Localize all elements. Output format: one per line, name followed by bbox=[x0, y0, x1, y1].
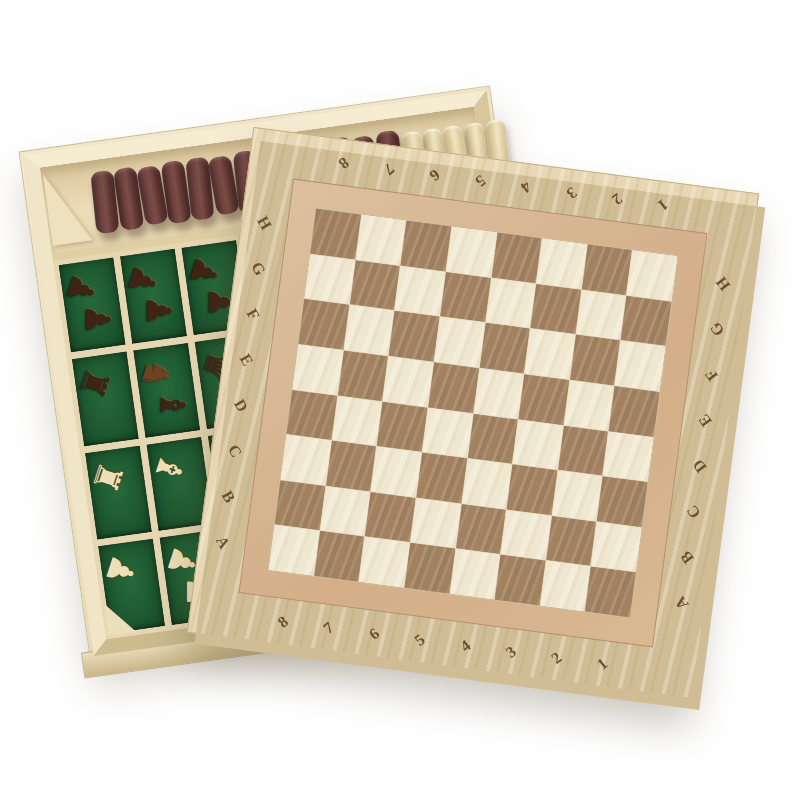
coordinate-label-right: C bbox=[683, 502, 704, 522]
coordinate-label-left: E bbox=[236, 351, 257, 369]
board-square bbox=[603, 431, 653, 481]
board-square bbox=[359, 537, 409, 587]
coordinate-label-top: 2 bbox=[609, 189, 626, 208]
coordinate-label-left: D bbox=[230, 396, 251, 415]
board-square bbox=[395, 266, 445, 316]
coordinate-label-top: 8 bbox=[335, 153, 352, 172]
board-square bbox=[365, 492, 415, 542]
board-square bbox=[434, 317, 484, 367]
board-square bbox=[519, 374, 569, 424]
board-square bbox=[299, 299, 349, 349]
board-square bbox=[552, 471, 602, 521]
compartment-cell: ♟ bbox=[98, 539, 165, 634]
coordinate-label-bottom: 5 bbox=[411, 630, 428, 649]
coordinate-label-left: C bbox=[224, 442, 245, 461]
coordinate-label-top: 7 bbox=[381, 159, 398, 178]
product-photo-scene: ♟♟♟♟♟♟♜♞♝♛♜♝♟♟♟♟ 87654321 87654321 HGFED… bbox=[0, 0, 800, 800]
board-square bbox=[540, 561, 590, 611]
board-squares bbox=[268, 208, 679, 619]
board-square bbox=[525, 329, 575, 379]
board-square bbox=[456, 504, 506, 554]
board-square bbox=[440, 272, 490, 322]
coordinate-label-bottom: 1 bbox=[594, 654, 611, 673]
board-square bbox=[474, 368, 524, 418]
board-square bbox=[269, 525, 319, 575]
board-square bbox=[377, 402, 427, 452]
board-square bbox=[507, 465, 557, 515]
chessboard-lid: 87654321 87654321 HGFEDCBA HGFEDCBA bbox=[187, 127, 759, 699]
board-square bbox=[609, 386, 659, 436]
board-square bbox=[416, 453, 466, 503]
board-square bbox=[405, 543, 455, 593]
coordinate-label-top: 6 bbox=[426, 165, 443, 184]
coordinate-label-bottom: 8 bbox=[275, 612, 292, 631]
board-square bbox=[401, 221, 451, 271]
coordinate-label-bottom: 6 bbox=[366, 624, 383, 643]
board-square bbox=[356, 215, 406, 265]
coordinate-label-top: 3 bbox=[563, 183, 580, 202]
compartment-cell: ♞♝ bbox=[133, 343, 200, 438]
coordinate-label-right: B bbox=[677, 548, 698, 567]
compartment-cell: ♜ bbox=[85, 445, 152, 540]
board-square bbox=[591, 522, 641, 572]
coordinate-label-bottom: 4 bbox=[457, 636, 474, 655]
board-square bbox=[570, 335, 620, 385]
coordinate-label-right: D bbox=[689, 456, 710, 476]
board-square bbox=[480, 323, 530, 373]
board-square bbox=[627, 250, 677, 300]
coordinate-label-top: 4 bbox=[517, 177, 534, 196]
board-square bbox=[275, 480, 325, 530]
corner-wedge bbox=[43, 169, 93, 246]
board-square bbox=[615, 341, 665, 391]
compartment-cell: ♟♟ bbox=[59, 257, 126, 352]
dark-knight-piece: ♞ bbox=[135, 355, 177, 394]
coordinate-label-right: H bbox=[713, 273, 735, 294]
coordinate-label-bottom: 3 bbox=[503, 642, 520, 661]
light-rook-piece: ♜ bbox=[87, 457, 129, 496]
coordinate-label-left: B bbox=[218, 488, 239, 506]
board-square bbox=[513, 420, 563, 470]
compartment-cell: ♟♟ bbox=[120, 249, 187, 344]
board-square bbox=[491, 233, 541, 283]
board-square bbox=[326, 441, 376, 491]
coordinate-label-top: 1 bbox=[654, 195, 671, 214]
board-square bbox=[546, 516, 596, 566]
board-square bbox=[537, 239, 587, 289]
board-square bbox=[468, 414, 518, 464]
dark-rook-piece: ♜ bbox=[74, 363, 116, 402]
coordinate-label-bottom: 7 bbox=[320, 618, 337, 637]
board-square bbox=[310, 209, 360, 259]
board-square bbox=[428, 362, 478, 412]
board-square bbox=[422, 408, 472, 458]
board-square bbox=[582, 245, 632, 295]
board-square bbox=[350, 260, 400, 310]
board-square bbox=[495, 555, 545, 605]
coordinate-label-right: F bbox=[701, 365, 721, 384]
board-square bbox=[320, 486, 370, 536]
board-square bbox=[485, 278, 535, 328]
board-square bbox=[446, 227, 496, 277]
board-square bbox=[558, 425, 608, 475]
board-square bbox=[293, 345, 343, 395]
board-inner-border bbox=[239, 179, 708, 648]
board-square bbox=[531, 284, 581, 334]
board-square bbox=[383, 356, 433, 406]
dark-bishop-piece: ♝ bbox=[156, 389, 190, 419]
board-square bbox=[564, 380, 614, 430]
board-square bbox=[576, 290, 626, 340]
board-square bbox=[389, 311, 439, 361]
board-square bbox=[287, 390, 337, 440]
board-square bbox=[332, 396, 382, 446]
corner-wedge bbox=[104, 600, 136, 636]
dark-pawn-piece: ♟ bbox=[142, 295, 176, 325]
board-square bbox=[281, 435, 331, 485]
coordinate-label-bottom: 2 bbox=[548, 648, 565, 667]
light-bishop-piece: ♝ bbox=[149, 448, 191, 487]
board-square bbox=[344, 305, 394, 355]
board-square bbox=[501, 510, 551, 560]
light-pawn-piece: ♟ bbox=[100, 551, 142, 590]
dark-pawn-piece: ♟ bbox=[81, 304, 115, 334]
coordinate-label-left: A bbox=[212, 533, 233, 552]
board-square bbox=[462, 459, 512, 509]
coordinate-label-right: A bbox=[671, 593, 692, 613]
board-square bbox=[371, 447, 421, 497]
board-square bbox=[621, 296, 671, 346]
coordinate-label-left: G bbox=[248, 259, 270, 279]
board-square bbox=[597, 477, 647, 527]
board-square bbox=[585, 567, 635, 617]
compartment-cell: ♜ bbox=[72, 351, 139, 446]
coordinate-label-left: H bbox=[254, 213, 276, 233]
board-square bbox=[450, 549, 500, 599]
board-square bbox=[410, 498, 460, 548]
coordinate-label-top: 5 bbox=[472, 171, 489, 190]
coordinate-label-left: F bbox=[242, 306, 262, 324]
coordinate-label-right: G bbox=[707, 319, 729, 340]
board-square bbox=[314, 531, 364, 581]
board-square bbox=[305, 254, 355, 304]
board-square bbox=[338, 350, 388, 400]
coordinate-label-right: E bbox=[695, 411, 716, 430]
